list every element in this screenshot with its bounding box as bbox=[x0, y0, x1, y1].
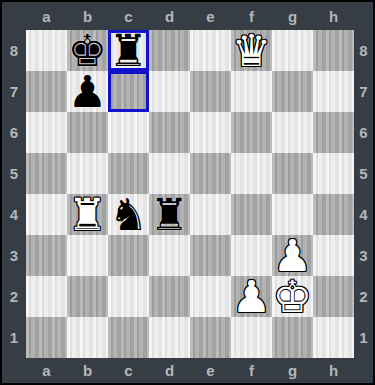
square-g5[interactable] bbox=[272, 153, 313, 194]
square-d6[interactable] bbox=[149, 112, 190, 153]
square-a8[interactable] bbox=[26, 30, 67, 71]
square-a4[interactable] bbox=[26, 194, 67, 235]
square-d5[interactable] bbox=[149, 153, 190, 194]
rank-label-left-4: 4 bbox=[2, 194, 26, 235]
square-g1[interactable] bbox=[272, 317, 313, 358]
rank-label-left-3: 3 bbox=[2, 235, 26, 276]
square-b2[interactable] bbox=[67, 276, 108, 317]
frame-corner bbox=[2, 2, 26, 30]
square-g7[interactable] bbox=[272, 71, 313, 112]
frame-corner bbox=[354, 2, 373, 30]
square-b8[interactable]: ♚ bbox=[67, 30, 108, 71]
white-pawn-f2[interactable]: ♟ bbox=[232, 276, 271, 317]
square-h2[interactable] bbox=[313, 276, 354, 317]
square-c2[interactable] bbox=[108, 276, 149, 317]
rank-label-right-1: 1 bbox=[354, 317, 373, 358]
square-c1[interactable] bbox=[108, 317, 149, 358]
square-d3[interactable] bbox=[149, 235, 190, 276]
square-b4[interactable]: ♜ bbox=[67, 194, 108, 235]
rank-label-right-2: 2 bbox=[354, 276, 373, 317]
square-c4[interactable]: ♞ bbox=[108, 194, 149, 235]
white-rook-b4[interactable]: ♜ bbox=[68, 194, 107, 235]
rank-label-right-3: 3 bbox=[354, 235, 373, 276]
square-g4[interactable] bbox=[272, 194, 313, 235]
rank-label-left-8: 8 bbox=[2, 30, 26, 71]
square-a6[interactable] bbox=[26, 112, 67, 153]
rank-label-left-1: 1 bbox=[2, 317, 26, 358]
rank-label-right-6: 6 bbox=[354, 112, 373, 153]
white-pawn-g3[interactable]: ♟ bbox=[273, 235, 312, 276]
file-label-bottom-f: f bbox=[231, 358, 272, 383]
black-pawn-b7[interactable]: ♟ bbox=[68, 71, 107, 112]
square-e6[interactable] bbox=[190, 112, 231, 153]
rank-label-left-7: 7 bbox=[2, 71, 26, 112]
square-g8[interactable] bbox=[272, 30, 313, 71]
black-rook-d4[interactable]: ♜ bbox=[150, 194, 189, 235]
square-h5[interactable] bbox=[313, 153, 354, 194]
square-e5[interactable] bbox=[190, 153, 231, 194]
file-label-bottom-c: c bbox=[108, 358, 149, 383]
square-c6[interactable] bbox=[108, 112, 149, 153]
square-e8[interactable] bbox=[190, 30, 231, 71]
square-g6[interactable] bbox=[272, 112, 313, 153]
rank-label-right-7: 7 bbox=[354, 71, 373, 112]
square-e3[interactable] bbox=[190, 235, 231, 276]
square-d2[interactable] bbox=[149, 276, 190, 317]
square-b5[interactable] bbox=[67, 153, 108, 194]
rank-label-right-4: 4 bbox=[354, 194, 373, 235]
square-e1[interactable] bbox=[190, 317, 231, 358]
file-label-bottom-h: h bbox=[313, 358, 354, 383]
file-label-top-a: a bbox=[26, 2, 67, 30]
square-b7[interactable]: ♟ bbox=[67, 71, 108, 112]
square-d7[interactable] bbox=[149, 71, 190, 112]
file-label-bottom-d: d bbox=[149, 358, 190, 383]
square-h6[interactable] bbox=[313, 112, 354, 153]
square-h7[interactable] bbox=[313, 71, 354, 112]
square-f2[interactable]: ♟ bbox=[231, 276, 272, 317]
chess-board: abcdefgh8♚♜♛87♟766554♜♞♜43♟32♟♚211abcdef… bbox=[2, 2, 373, 383]
frame-corner bbox=[2, 358, 26, 383]
square-d4[interactable]: ♜ bbox=[149, 194, 190, 235]
square-e2[interactable] bbox=[190, 276, 231, 317]
square-a3[interactable] bbox=[26, 235, 67, 276]
square-h3[interactable] bbox=[313, 235, 354, 276]
square-c5[interactable] bbox=[108, 153, 149, 194]
rank-label-left-2: 2 bbox=[2, 276, 26, 317]
black-knight-c4[interactable]: ♞ bbox=[109, 194, 148, 235]
square-a5[interactable] bbox=[26, 153, 67, 194]
square-h4[interactable] bbox=[313, 194, 354, 235]
white-king-g2[interactable]: ♚ bbox=[273, 276, 312, 317]
square-e4[interactable] bbox=[190, 194, 231, 235]
square-c7[interactable] bbox=[108, 71, 149, 112]
square-g3[interactable]: ♟ bbox=[272, 235, 313, 276]
rank-label-left-5: 5 bbox=[2, 153, 26, 194]
square-e7[interactable] bbox=[190, 71, 231, 112]
square-h8[interactable] bbox=[313, 30, 354, 71]
rank-label-right-5: 5 bbox=[354, 153, 373, 194]
square-b1[interactable] bbox=[67, 317, 108, 358]
square-h1[interactable] bbox=[313, 317, 354, 358]
square-f4[interactable] bbox=[231, 194, 272, 235]
file-label-top-d: d bbox=[149, 2, 190, 30]
file-label-top-g: g bbox=[272, 2, 313, 30]
chess-board-frame: abcdefgh8♚♜♛87♟766554♜♞♜43♟32♟♚211abcdef… bbox=[0, 0, 375, 385]
square-g2[interactable]: ♚ bbox=[272, 276, 313, 317]
square-a7[interactable] bbox=[26, 71, 67, 112]
square-b6[interactable] bbox=[67, 112, 108, 153]
file-label-top-h: h bbox=[313, 2, 354, 30]
square-d8[interactable] bbox=[149, 30, 190, 71]
square-c3[interactable] bbox=[108, 235, 149, 276]
white-queen-f8[interactable]: ♛ bbox=[232, 30, 271, 71]
square-f1[interactable] bbox=[231, 317, 272, 358]
file-label-bottom-e: e bbox=[190, 358, 231, 383]
square-c8[interactable]: ♜ bbox=[108, 30, 149, 71]
file-label-bottom-b: b bbox=[67, 358, 108, 383]
frame-corner bbox=[354, 358, 373, 383]
square-d1[interactable] bbox=[149, 317, 190, 358]
file-label-bottom-a: a bbox=[26, 358, 67, 383]
square-a2[interactable] bbox=[26, 276, 67, 317]
square-b3[interactable] bbox=[67, 235, 108, 276]
square-f8[interactable]: ♛ bbox=[231, 30, 272, 71]
black-king-b8[interactable]: ♚ bbox=[68, 30, 107, 71]
rank-label-right-8: 8 bbox=[354, 30, 373, 71]
rank-label-left-6: 6 bbox=[2, 112, 26, 153]
square-f7[interactable] bbox=[231, 71, 272, 112]
file-label-top-e: e bbox=[190, 2, 231, 30]
file-label-bottom-g: g bbox=[272, 358, 313, 383]
black-rook-c8[interactable]: ♜ bbox=[109, 30, 148, 71]
square-f6[interactable] bbox=[231, 112, 272, 153]
square-a1[interactable] bbox=[26, 317, 67, 358]
square-f3[interactable] bbox=[231, 235, 272, 276]
square-f5[interactable] bbox=[231, 153, 272, 194]
